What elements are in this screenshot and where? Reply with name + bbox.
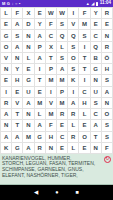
grid-cell[interactable]: N (46, 143, 57, 154)
grid-cell[interactable]: E (1, 19, 12, 30)
grid-cell[interactable]: F (79, 8, 90, 19)
grid-cell[interactable]: C (91, 109, 102, 120)
grid-cell[interactable]: O (79, 132, 90, 143)
grid-cell[interactable]: T (79, 64, 90, 75)
grid-cell[interactable]: A (23, 98, 34, 109)
grid-cell[interactable]: E (35, 8, 46, 19)
grid-cell[interactable]: H (79, 98, 90, 109)
grid-cell[interactable]: E (91, 19, 102, 30)
grid-cell[interactable]: T (35, 75, 46, 86)
grid-cell[interactable]: S (68, 64, 79, 75)
grid-cell[interactable]: T (91, 132, 102, 143)
grid-cell[interactable]: W (46, 8, 57, 19)
grid-cell[interactable]: U (91, 87, 102, 98)
grid-cell[interactable]: I (35, 64, 46, 75)
grid-cell[interactable]: L (79, 109, 90, 120)
grid-cell[interactable]: C (91, 30, 102, 41)
grid-cell[interactable]: K (68, 75, 79, 86)
grid-cell[interactable]: T (12, 109, 23, 120)
grid-cell[interactable]: E (79, 120, 90, 131)
grid-cell[interactable]: M (35, 98, 46, 109)
grid-cell[interactable]: N (23, 30, 34, 41)
grid-cell[interactable]: S (102, 120, 113, 131)
home-button[interactable]: ● (55, 190, 58, 196)
grid-cell[interactable]: M (57, 75, 68, 86)
notification-m-icon: M (2, 2, 5, 6)
grid-cell[interactable]: G (1, 30, 12, 41)
grid-cell[interactable]: E (57, 120, 68, 131)
grid-cell[interactable]: G (23, 75, 34, 86)
grid-cell[interactable]: V (68, 19, 79, 30)
grid-cell[interactable]: M (57, 98, 68, 109)
status-right-icons: ▲◢11:04 (86, 1, 111, 6)
grid-cell[interactable]: V (1, 53, 12, 64)
grid-cell[interactable]: B (91, 53, 102, 64)
grid-cell[interactable]: N (23, 120, 34, 131)
word-list-panel: KANARIENVOGEL, HUMMER,STORCH, LEGUAN, FA… (0, 154, 113, 185)
grid-cell[interactable]: S (102, 75, 113, 86)
grid-cell[interactable]: U (23, 87, 34, 98)
grid-cell[interactable]: X (46, 42, 57, 53)
grid-cell[interactable]: S (68, 42, 79, 53)
navigation-bar: ◀ ● ■ (0, 185, 113, 200)
grid-cell[interactable]: R (68, 132, 79, 143)
grid-cell[interactable]: A (12, 19, 23, 30)
grid-cell[interactable]: H (102, 64, 113, 75)
signal-icon: ◢ (91, 2, 94, 6)
grid-cell[interactable]: L (68, 120, 79, 131)
grid-cell[interactable]: I (79, 42, 90, 53)
grid-cell[interactable]: T (12, 120, 23, 131)
refresh-button[interactable]: ↻ (104, 156, 111, 163)
grid-cell[interactable]: Q (68, 30, 79, 41)
notification-g-icon: G (7, 2, 10, 6)
grid-cell[interactable]: A (1, 109, 12, 120)
grid-cell[interactable]: A (68, 98, 79, 109)
notification-square-icon: ▪ (19, 2, 20, 6)
phone-screen: MG↓○▪ ▲◢11:04 LFXEWWIFYREADYFSVMEEGSNACQ… (0, 0, 113, 200)
grid-cell[interactable]: M (46, 75, 57, 86)
grid-cell[interactable]: A (1, 132, 12, 143)
grid-cell[interactable]: A (35, 30, 46, 41)
grid-cell[interactable]: Y (91, 8, 102, 19)
grid-cell[interactable]: W (57, 8, 68, 19)
grid-cell[interactable]: T (46, 53, 57, 64)
grid-cell[interactable]: A (23, 143, 34, 154)
grid-cell[interactable]: Ö (102, 53, 113, 64)
grid-cell[interactable]: E (102, 19, 113, 30)
grid-cell[interactable]: O (102, 109, 113, 120)
grid-cell[interactable]: R (1, 98, 12, 109)
grid-cell[interactable]: M (79, 19, 90, 30)
grid-cell[interactable]: V (12, 98, 23, 109)
grid-cell[interactable]: H (46, 132, 57, 143)
status-left-icons: MG↓○▪ (2, 2, 20, 6)
grid-cell[interactable]: I (68, 8, 79, 19)
grid-cell[interactable]: N (23, 42, 34, 53)
grid-cell[interactable]: A (91, 120, 102, 131)
grid-cell[interactable]: E (35, 87, 46, 98)
grid-cell[interactable]: A (35, 120, 46, 131)
grid-cell[interactable]: E (12, 87, 23, 98)
word-list-line: ELEFANT, NASHÖRNER, TIGER, (2, 173, 111, 179)
grid-cell[interactable]: K (1, 143, 12, 154)
grid-cell[interactable]: A (12, 132, 23, 143)
grid-cell[interactable]: P (57, 87, 68, 98)
grid-cell[interactable]: R (68, 109, 79, 120)
grid-cell[interactable]: H (12, 75, 23, 86)
grid-cell[interactable]: E (79, 143, 90, 154)
grid-cell[interactable]: S (57, 53, 68, 64)
grid-cell[interactable]: D (23, 19, 34, 30)
grid-cell[interactable]: C (79, 87, 90, 98)
grid-cell[interactable]: A (35, 53, 46, 64)
grid-cell[interactable]: N (91, 75, 102, 86)
grid-cell[interactable]: R (102, 42, 113, 53)
grid-cell[interactable]: C (46, 30, 57, 41)
grid-cell[interactable]: N (91, 143, 102, 154)
grid-cell[interactable]: N (23, 109, 34, 120)
grid-cell[interactable]: V (46, 98, 57, 109)
grid-cell[interactable]: S (57, 19, 68, 30)
grid-cell[interactable]: L (1, 8, 12, 19)
grid-cell[interactable]: M (23, 132, 34, 143)
grid-cell[interactable]: F (12, 8, 23, 19)
grid-cell[interactable]: E (23, 64, 34, 75)
grid-cell[interactable]: E (57, 143, 68, 154)
refresh-icon: ↻ (106, 157, 110, 162)
grid-cell[interactable]: F (46, 19, 57, 30)
grid-cell[interactable]: M (46, 109, 57, 120)
grid-cell[interactable]: L (57, 42, 68, 53)
grid-cell[interactable]: N (12, 53, 23, 64)
grid-cell[interactable]: Y (35, 19, 46, 30)
recents-button[interactable]: ■ (76, 190, 79, 196)
grid-cell[interactable]: S (12, 30, 23, 41)
grid-cell[interactable]: I (46, 87, 57, 98)
grid-cell[interactable]: R (57, 109, 68, 120)
wifi-icon: ▲ (86, 2, 90, 6)
grid-cell[interactable]: S (91, 98, 102, 109)
grid-cell[interactable]: O (1, 42, 12, 53)
grid-cell[interactable]: Q (57, 30, 68, 41)
grid-cell[interactable]: F (102, 143, 113, 154)
download-icon: ↓ (11, 2, 13, 6)
status-time: 11:04 (100, 1, 111, 6)
grid-cell[interactable]: S (102, 132, 113, 143)
grid-cell[interactable]: X (23, 8, 34, 19)
grid-cell[interactable]: N (1, 64, 12, 75)
grid-cell[interactable]: N (102, 30, 113, 41)
status-bar: MG↓○▪ ▲◢11:04 (0, 0, 113, 7)
grid-cell[interactable]: G (91, 64, 102, 75)
grid-cell[interactable]: C (57, 132, 68, 143)
back-button[interactable]: ◀ (34, 190, 38, 196)
grid-cell[interactable]: L (23, 53, 34, 64)
grid-cell[interactable]: N (102, 98, 113, 109)
grid-cell[interactable]: Q (91, 42, 102, 53)
grid-cell[interactable]: R (35, 143, 46, 154)
grid-cell[interactable]: P (35, 42, 46, 53)
word-search-grid[interactable]: LFXEWWIFYREADYFSVMEEGSNACQQSCNOANPXLSIQR… (0, 7, 113, 154)
grid-cell[interactable]: L (35, 109, 46, 120)
grid-cell[interactable]: L (68, 143, 79, 154)
grid-cell[interactable]: I (79, 75, 90, 86)
grid-cell[interactable]: O (68, 53, 79, 64)
grid-cell[interactable]: Y (12, 64, 23, 75)
grid-cell[interactable]: G (35, 132, 46, 143)
grid-cell[interactable]: F (46, 120, 57, 131)
grid-cell[interactable]: P (46, 64, 57, 75)
grid-cell[interactable]: T (79, 53, 90, 64)
grid-cell[interactable]: G (12, 143, 23, 154)
grid-cell[interactable]: N (1, 120, 12, 131)
word-list: KANARIENVOGEL, HUMMER,STORCH, LEGUAN, FA… (2, 156, 111, 179)
notification-circle-icon: ○ (15, 2, 17, 6)
battery-icon (96, 2, 99, 6)
grid-cell[interactable]: A (102, 87, 113, 98)
grid-cell[interactable]: I (68, 87, 79, 98)
grid-cell[interactable]: A (12, 42, 23, 53)
grid-cell[interactable]: I (1, 87, 12, 98)
grid-cell[interactable]: E (1, 75, 12, 86)
grid-cell[interactable]: R (102, 8, 113, 19)
grid-cell[interactable]: A (57, 64, 68, 75)
grid-cell[interactable]: S (79, 30, 90, 41)
